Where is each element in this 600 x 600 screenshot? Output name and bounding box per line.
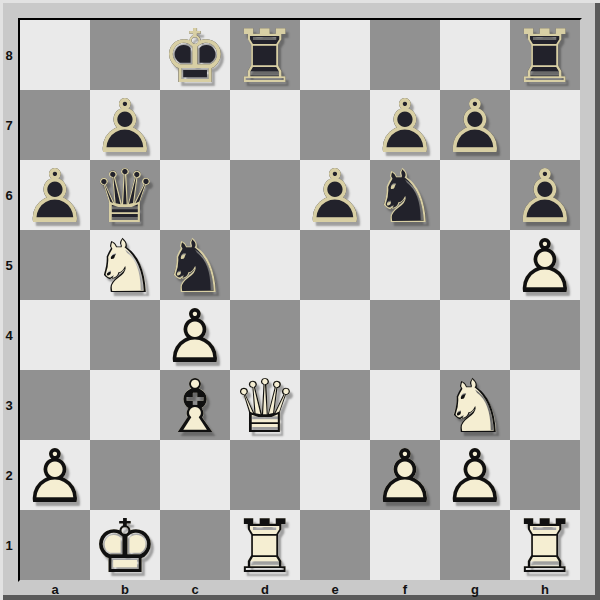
square-e5[interactable] — [300, 230, 370, 300]
file-label-b: b — [90, 580, 160, 598]
black-knight-icon: ♘ — [370, 161, 440, 231]
white-pawn-silhouette: ♟ — [510, 231, 580, 301]
file-label-c: c — [160, 580, 230, 598]
board-frame: ♚♔♜♖♜♖♟♙♟♙♟♙♟♙♛♕♟♙♞♘♟♙♞♘♞♘♟♙♟♙♝♗♛♕♞♘♟♙♟♙… — [0, 0, 600, 600]
white-king-silhouette: ♚ — [90, 511, 160, 581]
black-knight-silhouette: ♞ — [160, 231, 230, 301]
square-b6-black-queen[interactable]: ♛♕ — [90, 160, 160, 230]
white-pawn-icon: ♙ — [440, 441, 510, 511]
square-f4[interactable] — [370, 300, 440, 370]
rank-label-4: 4 — [0, 300, 18, 370]
square-b3[interactable] — [90, 370, 160, 440]
square-h6-black-pawn[interactable]: ♟♙ — [510, 160, 580, 230]
rank-label-7: 7 — [0, 90, 18, 160]
square-f2-white-pawn[interactable]: ♟♙ — [370, 440, 440, 510]
file-label-g: g — [440, 580, 510, 598]
black-rook-icon: ♖ — [510, 21, 580, 91]
black-pawn-icon: ♙ — [370, 91, 440, 161]
square-d8-black-rook[interactable]: ♜♖ — [230, 20, 300, 90]
square-h8-black-rook[interactable]: ♜♖ — [510, 20, 580, 90]
square-g2-white-pawn[interactable]: ♟♙ — [440, 440, 510, 510]
square-a1[interactable] — [20, 510, 90, 580]
black-pawn-icon: ♙ — [440, 91, 510, 161]
white-knight-silhouette: ♞ — [90, 231, 160, 301]
square-a5[interactable] — [20, 230, 90, 300]
white-knight-icon: ♘ — [90, 231, 160, 301]
white-pawn-silhouette: ♟ — [160, 301, 230, 371]
rank-label-2: 2 — [0, 440, 18, 510]
square-e6-black-pawn[interactable]: ♟♙ — [300, 160, 370, 230]
rank-labels: 87654321 — [0, 20, 18, 580]
white-queen-icon: ♕ — [230, 371, 300, 441]
black-pawn-icon: ♙ — [20, 161, 90, 231]
square-f5[interactable] — [370, 230, 440, 300]
black-pawn-silhouette: ♟ — [90, 91, 160, 161]
white-rook-icon: ♖ — [230, 511, 300, 581]
black-king-icon: ♔ — [160, 21, 230, 91]
square-h1-white-rook[interactable]: ♜♖ — [510, 510, 580, 580]
square-h3[interactable] — [510, 370, 580, 440]
file-label-h: h — [510, 580, 580, 598]
white-pawn-silhouette: ♟ — [440, 441, 510, 511]
rank-label-3: 3 — [0, 370, 18, 440]
square-a4[interactable] — [20, 300, 90, 370]
white-pawn-icon: ♙ — [370, 441, 440, 511]
square-b7-black-pawn[interactable]: ♟♙ — [90, 90, 160, 160]
square-g1[interactable] — [440, 510, 510, 580]
white-knight-silhouette: ♞ — [440, 371, 510, 441]
square-h2[interactable] — [510, 440, 580, 510]
square-b5-white-knight[interactable]: ♞♘ — [90, 230, 160, 300]
white-queen-silhouette: ♛ — [230, 371, 300, 441]
white-pawn-icon: ♙ — [160, 301, 230, 371]
black-rook-silhouette: ♜ — [230, 21, 300, 91]
black-queen-icon: ♕ — [90, 161, 160, 231]
square-c2[interactable] — [160, 440, 230, 510]
rank-label-6: 6 — [0, 160, 18, 230]
white-king-icon: ♔ — [90, 511, 160, 581]
black-pawn-silhouette: ♟ — [510, 161, 580, 231]
square-c7[interactable] — [160, 90, 230, 160]
white-rook-silhouette: ♜ — [510, 511, 580, 581]
white-pawn-icon: ♙ — [20, 441, 90, 511]
black-pawn-silhouette: ♟ — [440, 91, 510, 161]
white-pawn-icon: ♙ — [510, 231, 580, 301]
square-d2[interactable] — [230, 440, 300, 510]
square-g6[interactable] — [440, 160, 510, 230]
white-rook-icon: ♖ — [510, 511, 580, 581]
black-pawn-icon: ♙ — [90, 91, 160, 161]
rank-label-8: 8 — [0, 20, 18, 90]
black-knight-icon: ♘ — [160, 231, 230, 301]
square-f7-black-pawn[interactable]: ♟♙ — [370, 90, 440, 160]
square-f3[interactable] — [370, 370, 440, 440]
square-h7[interactable] — [510, 90, 580, 160]
square-c3-white-bishop[interactable]: ♝♗ — [160, 370, 230, 440]
square-a3[interactable] — [20, 370, 90, 440]
white-pawn-silhouette: ♟ — [20, 441, 90, 511]
square-b4[interactable] — [90, 300, 160, 370]
white-pawn-silhouette: ♟ — [370, 441, 440, 511]
square-a2-white-pawn[interactable]: ♟♙ — [20, 440, 90, 510]
square-d7[interactable] — [230, 90, 300, 160]
black-pawn-silhouette: ♟ — [370, 91, 440, 161]
square-g5[interactable] — [440, 230, 510, 300]
square-e4[interactable] — [300, 300, 370, 370]
black-knight-silhouette: ♞ — [370, 161, 440, 231]
square-h4[interactable] — [510, 300, 580, 370]
square-d1-white-rook[interactable]: ♜♖ — [230, 510, 300, 580]
black-pawn-silhouette: ♟ — [20, 161, 90, 231]
square-f1[interactable] — [370, 510, 440, 580]
square-f6-black-knight[interactable]: ♞♘ — [370, 160, 440, 230]
file-label-a: a — [20, 580, 90, 598]
square-a7[interactable] — [20, 90, 90, 160]
black-rook-icon: ♖ — [230, 21, 300, 91]
square-d4[interactable] — [230, 300, 300, 370]
rank-label-1: 1 — [0, 510, 18, 580]
square-e7[interactable] — [300, 90, 370, 160]
square-f8[interactable] — [370, 20, 440, 90]
square-g7-black-pawn[interactable]: ♟♙ — [440, 90, 510, 160]
square-e2[interactable] — [300, 440, 370, 510]
file-label-f: f — [370, 580, 440, 598]
square-c5-black-knight[interactable]: ♞♘ — [160, 230, 230, 300]
square-a8[interactable] — [20, 20, 90, 90]
white-bishop-icon: ♗ — [160, 371, 230, 441]
white-rook-silhouette: ♜ — [230, 511, 300, 581]
square-c6[interactable] — [160, 160, 230, 230]
square-d6[interactable] — [230, 160, 300, 230]
square-c8-black-king[interactable]: ♚♔ — [160, 20, 230, 90]
black-pawn-icon: ♙ — [300, 161, 370, 231]
white-bishop-silhouette: ♝ — [160, 371, 230, 441]
square-d3-white-queen[interactable]: ♛♕ — [230, 370, 300, 440]
square-b8[interactable] — [90, 20, 160, 90]
square-g8[interactable] — [440, 20, 510, 90]
square-h5-white-pawn[interactable]: ♟♙ — [510, 230, 580, 300]
black-pawn-icon: ♙ — [510, 161, 580, 231]
square-e8[interactable] — [300, 20, 370, 90]
white-knight-icon: ♘ — [440, 371, 510, 441]
chess-board: ♚♔♜♖♜♖♟♙♟♙♟♙♟♙♛♕♟♙♞♘♟♙♞♘♞♘♟♙♟♙♝♗♛♕♞♘♟♙♟♙… — [18, 18, 582, 582]
square-e1[interactable] — [300, 510, 370, 580]
square-e3[interactable] — [300, 370, 370, 440]
black-queen-silhouette: ♛ — [90, 161, 160, 231]
square-b1-white-king[interactable]: ♚♔ — [90, 510, 160, 580]
black-rook-silhouette: ♜ — [510, 21, 580, 91]
black-pawn-silhouette: ♟ — [300, 161, 370, 231]
file-label-d: d — [230, 580, 300, 598]
square-g3-white-knight[interactable]: ♞♘ — [440, 370, 510, 440]
square-a6-black-pawn[interactable]: ♟♙ — [20, 160, 90, 230]
square-c4-white-pawn[interactable]: ♟♙ — [160, 300, 230, 370]
square-g4[interactable] — [440, 300, 510, 370]
square-d5[interactable] — [230, 230, 300, 300]
file-label-e: e — [300, 580, 370, 598]
file-labels: abcdefgh — [20, 580, 580, 598]
black-king-silhouette: ♚ — [160, 21, 230, 91]
square-c1[interactable] — [160, 510, 230, 580]
square-b2[interactable] — [90, 440, 160, 510]
rank-label-5: 5 — [0, 230, 18, 300]
